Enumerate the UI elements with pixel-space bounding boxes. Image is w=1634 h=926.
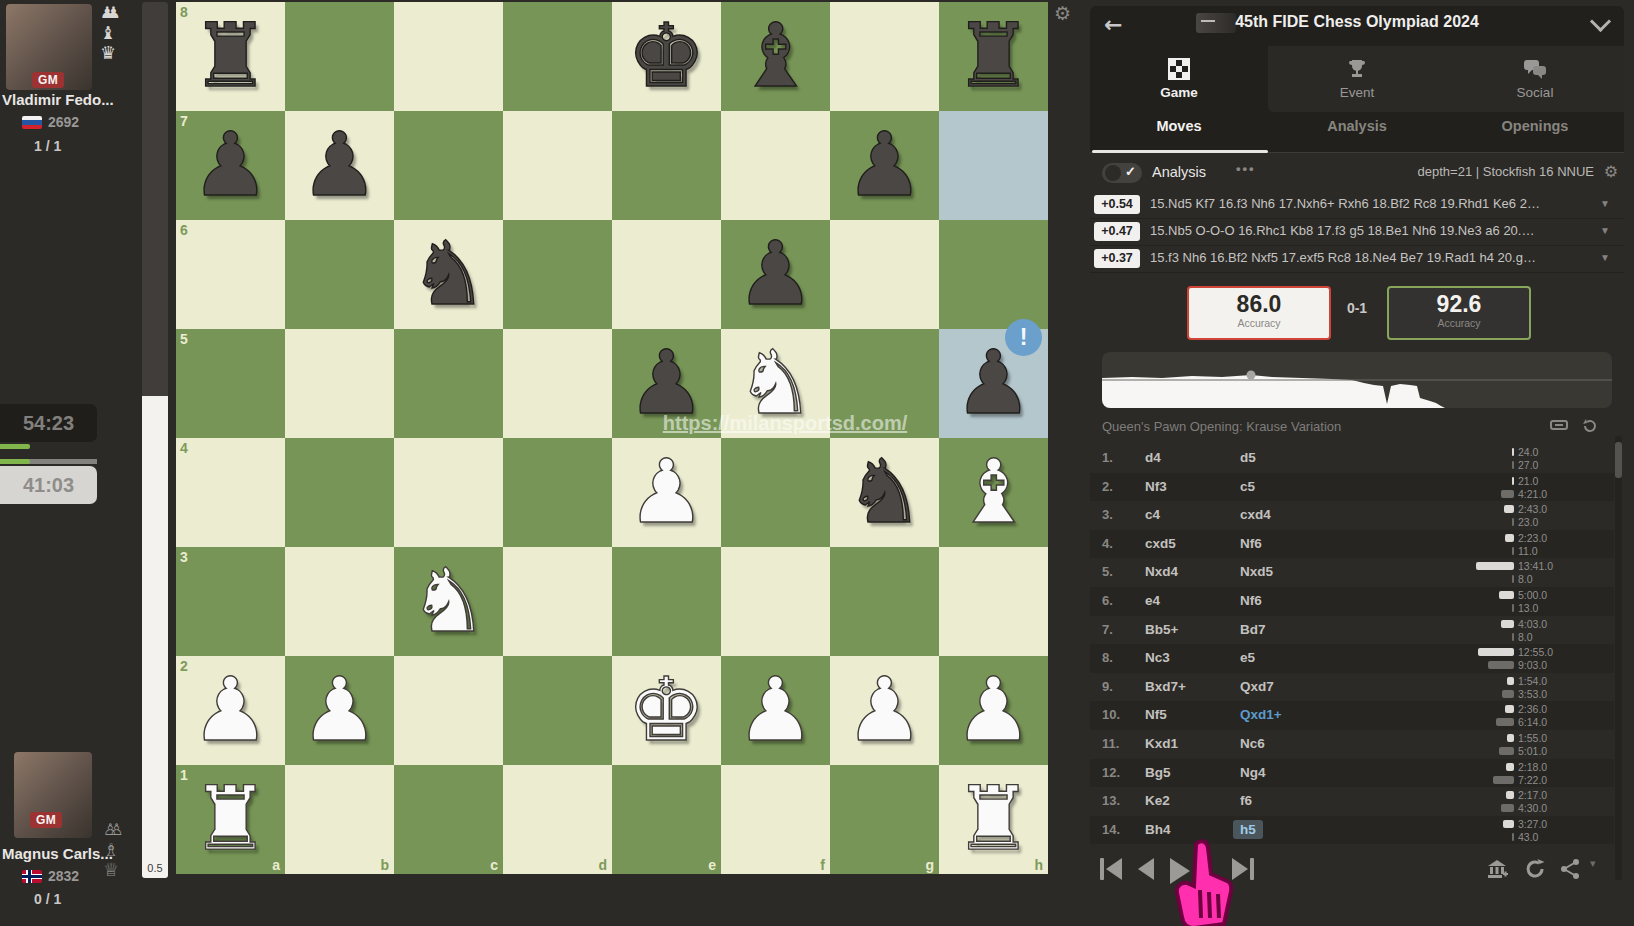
- move-row-8: 8.Nc3e512:55.09:03.0: [1090, 644, 1614, 673]
- black-move-c5[interactable]: c5: [1240, 479, 1255, 494]
- square-e2[interactable]: ♚: [612, 656, 721, 765]
- reset-icon[interactable]: [1582, 418, 1598, 438]
- black-king-e8[interactable]: ♚: [612, 2, 721, 111]
- white-pawn-h2[interactable]: ♟: [939, 656, 1048, 765]
- black-bishop-f8[interactable]: ♝: [721, 2, 830, 111]
- move-list: 1.d4d524.027.02.Nf3c521.04:21.03.c4cxd42…: [1090, 444, 1614, 844]
- white-accuracy-label: Accuracy: [1189, 317, 1329, 329]
- white-pawn-e4[interactable]: ♟: [612, 438, 721, 547]
- square-g4[interactable]: ♞: [830, 438, 939, 547]
- check-icon: ✓: [1125, 164, 1136, 179]
- move-times: 1:55.05:01.0: [1430, 730, 1600, 759]
- white-move-c4[interactable]: c4: [1145, 507, 1160, 522]
- square-a7[interactable]: 7♟: [176, 111, 285, 220]
- square-h6[interactable]: [939, 220, 1048, 329]
- match-score-top: 1 / 1: [34, 138, 61, 154]
- skip-to-start-button[interactable]: [1100, 858, 1122, 880]
- white-rook-a1[interactable]: ♜: [176, 765, 285, 874]
- square-c8[interactable]: [394, 2, 503, 111]
- black-move-e5[interactable]: e5: [1240, 650, 1255, 665]
- square-c2[interactable]: [394, 656, 503, 765]
- square-f3[interactable]: [721, 547, 830, 656]
- square-g6[interactable]: [830, 220, 939, 329]
- move-times: 2:23.011.0: [1430, 530, 1600, 559]
- move-number: 14.: [1102, 822, 1120, 837]
- add-to-library-icon[interactable]: [1486, 858, 1508, 880]
- black-move-Bd7[interactable]: Bd7: [1240, 622, 1266, 637]
- move-times: 2:36.06:14.0: [1430, 701, 1600, 730]
- square-a6[interactable]: 6: [176, 220, 285, 329]
- rank-label-2: 2: [180, 658, 188, 674]
- square-c5[interactable]: [394, 329, 503, 438]
- tab-social-label: Social: [1517, 85, 1554, 100]
- analysis-label: Analysis: [1152, 164, 1206, 180]
- move-row-3: 3.c4cxd42:43.023.0: [1090, 501, 1614, 530]
- move-row-4: 4.cxd5Nf62:23.011.0: [1090, 530, 1614, 559]
- square-g1[interactable]: g: [830, 765, 939, 874]
- move-times: 5:00.013.0: [1430, 587, 1600, 616]
- captured-pieces-top: ♟♟ ♝ ♛: [100, 3, 116, 63]
- square-b7[interactable]: ♟: [285, 111, 394, 220]
- file-label-g: g: [925, 857, 934, 873]
- move-number: 1.: [1102, 450, 1113, 465]
- move-times: 2:18.07:22.0: [1430, 759, 1600, 788]
- square-a1[interactable]: 1a♜: [176, 765, 285, 874]
- file-label-d: d: [598, 857, 607, 873]
- title-badge-bottom: GM: [30, 812, 62, 828]
- square-h3[interactable]: [939, 547, 1048, 656]
- previous-move-button[interactable]: [1138, 858, 1154, 880]
- move-times: 1:54.03:53.0: [1430, 673, 1600, 702]
- black-pawn-a7[interactable]: ♟: [176, 111, 285, 220]
- square-f8[interactable]: ♝: [721, 2, 830, 111]
- square-f4[interactable]: [721, 438, 830, 547]
- move-number: 2.: [1102, 479, 1113, 494]
- move-row-10: 10.Nf5Qxd1+2:36.06:14.0: [1090, 701, 1614, 730]
- engine-line-moves: 15.Nb5 O-O-O 16.Rhc1 Kb8 17.f3 g5 18.Be1…: [1150, 223, 1540, 238]
- black-move-Nf6[interactable]: Nf6: [1240, 593, 1262, 608]
- file-label-c: c: [490, 857, 498, 873]
- square-f6[interactable]: ♟: [721, 220, 830, 329]
- square-a5[interactable]: 5: [176, 329, 285, 438]
- rank-label-5: 5: [180, 331, 188, 347]
- square-g8[interactable]: [830, 2, 939, 111]
- tab-social[interactable]: Social: [1446, 46, 1624, 112]
- move-number: 9.: [1102, 679, 1113, 694]
- black-knight-g4[interactable]: ♞: [830, 438, 939, 547]
- file-label-b: b: [380, 857, 389, 873]
- square-b5[interactable]: [285, 329, 394, 438]
- move-row-1: 1.d4d524.027.0: [1090, 444, 1614, 473]
- square-b2[interactable]: ♟: [285, 656, 394, 765]
- move-number: 8.: [1102, 650, 1113, 665]
- square-g7[interactable]: ♟: [830, 111, 939, 220]
- event-title: 45th FIDE Chess Olympiad 2024: [1090, 13, 1624, 31]
- white-pawn-f2[interactable]: ♟: [721, 656, 830, 765]
- move-list-scrollbar[interactable]: [1615, 436, 1622, 880]
- analysis-control-row: ✓ Analysis ••• depth=21 | Stockfish 16 N…: [1090, 160, 1624, 188]
- evaluation-value: 0.5: [142, 862, 168, 874]
- subtab-active-underline: [1092, 150, 1268, 153]
- square-a2[interactable]: 2♟: [176, 656, 285, 765]
- square-e3[interactable]: [612, 547, 721, 656]
- file-label-f: f: [820, 857, 825, 873]
- evaluation-graph[interactable]: [1102, 352, 1612, 408]
- square-f1[interactable]: f: [721, 765, 830, 874]
- move-number: 6.: [1102, 593, 1113, 608]
- engine-line-moves: 15.Nd5 Kf7 16.f3 Nh6 17.Nxh6+ Rxh6 18.Bf…: [1150, 196, 1540, 211]
- captured-pawns-icon: ♟♟: [100, 3, 116, 23]
- black-pawn-f6[interactable]: ♟: [721, 220, 830, 329]
- square-c4[interactable]: [394, 438, 503, 547]
- toggle-knob: [1105, 165, 1121, 181]
- white-move-Bb5+[interactable]: Bb5+: [1145, 622, 1178, 637]
- chess-board[interactable]: 8♜♚♝♜7♟♟♟6♞♟5♟♞♟!4♟♞♝3♞2♟♟♚♟♟♟1a♜bcdefgh…: [176, 2, 1048, 874]
- square-d6[interactable]: [503, 220, 612, 329]
- board-icon: [1168, 58, 1190, 80]
- move-row-6: 6.e4Nf65:00.013.0: [1090, 587, 1614, 616]
- app-window: GM ♟♟ ♝ ♛ Vladimir Fedo... 2692 1 / 1 54…: [0, 0, 1634, 926]
- white-bishop-h4[interactable]: ♝: [939, 438, 1048, 547]
- white-accuracy-box: 86.0 Accuracy: [1187, 286, 1331, 340]
- square-c1[interactable]: c: [394, 765, 503, 874]
- eval-badge: +0.37: [1094, 249, 1140, 268]
- tab-game[interactable]: Game: [1090, 46, 1268, 112]
- white-rook-h1[interactable]: ♜: [939, 765, 1048, 874]
- square-d3[interactable]: [503, 547, 612, 656]
- square-b4[interactable]: [285, 438, 394, 547]
- white-move-Nf3[interactable]: Nf3: [1145, 479, 1167, 494]
- opening-name: Queen's Pawn Opening: Krause Variation: [1102, 419, 1482, 434]
- game-panel: ← 45th FIDE Chess Olympiad 2024 Game Eve…: [1090, 0, 1624, 926]
- chat-bubbles-icon: [1523, 58, 1547, 80]
- square-b8[interactable]: [285, 2, 394, 111]
- move-row-14: 14.Bh4h53:27.043.0: [1090, 816, 1614, 845]
- move-row-7: 7.Bb5+Bd74:03.08.0: [1090, 616, 1614, 645]
- square-e4[interactable]: ♟: [612, 438, 721, 547]
- black-rook-h8[interactable]: ♜: [939, 2, 1048, 111]
- move-times: 3:27.043.0: [1430, 816, 1600, 845]
- clock-bottom-player: 41:03: [0, 466, 97, 504]
- square-a3[interactable]: 3: [176, 547, 285, 656]
- white-move-Bg5[interactable]: Bg5: [1145, 765, 1171, 780]
- game-result: 0-1: [1334, 300, 1380, 316]
- move-times: 13:41.08.0: [1430, 558, 1600, 587]
- square-e7[interactable]: [612, 111, 721, 220]
- square-h4[interactable]: ♝: [939, 438, 1048, 547]
- clock-top-player: 54:23: [0, 404, 97, 442]
- opening-book-icon[interactable]: [1550, 418, 1568, 436]
- white-pawn-g2[interactable]: ♟: [830, 656, 939, 765]
- square-d1[interactable]: d: [503, 765, 612, 874]
- more-options-icon[interactable]: •••: [1236, 161, 1256, 176]
- square-b6[interactable]: [285, 220, 394, 329]
- move-times: 21.04:21.0: [1430, 473, 1600, 502]
- white-move-Nc3[interactable]: Nc3: [1145, 650, 1170, 665]
- square-h7[interactable]: [939, 111, 1048, 220]
- square-h2[interactable]: ♟: [939, 656, 1048, 765]
- engine-line-3[interactable]: +0.3715.f3 Nh6 16.Bf2 Nxf5 17.exf5 Rc8 1…: [1090, 246, 1624, 273]
- file-label-e: e: [708, 857, 716, 873]
- white-move-e4[interactable]: e4: [1145, 593, 1160, 608]
- rank-label-4: 4: [180, 440, 188, 456]
- move-number: 3.: [1102, 507, 1113, 522]
- engine-line-moves: 15.f3 Nh6 16.Bf2 Nxf5 17.exf5 Rc8 18.Ne4…: [1150, 250, 1540, 265]
- square-f2[interactable]: ♟: [721, 656, 830, 765]
- square-f7[interactable]: [721, 111, 830, 220]
- square-e1[interactable]: e: [612, 765, 721, 874]
- white-pawn-b2[interactable]: ♟: [285, 656, 394, 765]
- black-accuracy-label: Accuracy: [1389, 317, 1529, 329]
- black-accuracy-value: 92.6: [1389, 291, 1529, 317]
- subtab-moves[interactable]: Moves: [1090, 118, 1268, 134]
- move-row-9: 9.Bxd7+Qxd71:54.03:53.0: [1090, 673, 1614, 702]
- move-row-5: 5.Nxd4Nxd513:41.08.0: [1090, 558, 1614, 587]
- time-progress-bottom: [0, 459, 97, 464]
- black-move-Nxd5[interactable]: Nxd5: [1240, 564, 1273, 579]
- move-annotation-badge: !: [1005, 319, 1042, 356]
- white-move-Bxd7+[interactable]: Bxd7+: [1145, 679, 1186, 694]
- engine-line-1[interactable]: +0.5415.Nd5 Kf7 16.f3 Nh6 17.Nxh6+ Rxh6 …: [1090, 192, 1624, 219]
- white-king-e2[interactable]: ♚: [612, 656, 721, 765]
- trophy-icon: [1346, 58, 1368, 80]
- black-move-cxd4[interactable]: cxd4: [1240, 507, 1271, 522]
- expand-chevron-icon[interactable]: ▼: [1600, 225, 1610, 236]
- eval-badge: +0.54: [1094, 195, 1140, 214]
- square-h8[interactable]: ♜: [939, 2, 1048, 111]
- square-c3[interactable]: ♞: [394, 547, 503, 656]
- black-rook-a8[interactable]: ♜: [176, 2, 285, 111]
- square-c6[interactable]: ♞: [394, 220, 503, 329]
- move-times: 12:55.09:03.0: [1430, 644, 1600, 673]
- engine-settings-gear-icon[interactable]: ⚙: [1604, 162, 1618, 181]
- square-g3[interactable]: [830, 547, 939, 656]
- square-c7[interactable]: [394, 111, 503, 220]
- square-d4[interactable]: [503, 438, 612, 547]
- black-knight-c6[interactable]: ♞: [394, 220, 503, 329]
- move-times: 2:17.04:30.0: [1430, 787, 1600, 816]
- rank-label-8: 8: [180, 4, 188, 20]
- subtab-analysis[interactable]: Analysis: [1268, 118, 1446, 134]
- white-accuracy-value: 86.0: [1189, 291, 1329, 317]
- mouse-cursor-pointer: [1172, 838, 1236, 926]
- move-times: 2:43.023.0: [1430, 501, 1600, 530]
- white-knight-c3[interactable]: ♞: [394, 547, 503, 656]
- share-icon[interactable]: [1560, 858, 1580, 880]
- square-a4[interactable]: 4: [176, 438, 285, 547]
- tab-game-label: Game: [1160, 85, 1198, 100]
- move-number: 13.: [1102, 793, 1120, 808]
- move-row-12: 12.Bg5Ng42:18.07:22.0: [1090, 759, 1614, 788]
- move-number: 4.: [1102, 536, 1113, 551]
- engine-line-2[interactable]: +0.4715.Nb5 O-O-O 16.Rhc1 Kb8 17.f3 g5 1…: [1090, 219, 1624, 246]
- move-number: 7.: [1102, 622, 1113, 637]
- flag-slovenia-icon: [22, 116, 42, 129]
- captured-bishop-icon: ♝: [100, 23, 116, 43]
- white-move-Kxd1[interactable]: Kxd1: [1145, 736, 1178, 751]
- move-row-13: 13.Ke2f62:17.04:30.0: [1090, 787, 1614, 816]
- rank-label-6: 6: [180, 222, 188, 238]
- move-row-11: 11.Kxd1Nc61:55.05:01.0: [1090, 730, 1614, 759]
- engine-depth-label: depth=21 | Stockfish 16 NNUE: [1418, 164, 1594, 179]
- white-move-d4[interactable]: d4: [1145, 450, 1161, 465]
- black-move-d5[interactable]: d5: [1240, 450, 1256, 465]
- square-b1[interactable]: b: [285, 765, 394, 874]
- tab-event-label: Event: [1340, 85, 1375, 100]
- file-label-h: h: [1034, 857, 1043, 873]
- black-move-Qxd7[interactable]: Qxd7: [1240, 679, 1274, 694]
- board-settings-gear-icon[interactable]: ⚙: [1054, 2, 1071, 24]
- black-move-Nf6[interactable]: Nf6: [1240, 536, 1262, 551]
- black-move-Qxd1+[interactable]: Qxd1+: [1240, 707, 1282, 722]
- square-e6[interactable]: [612, 220, 721, 329]
- player-name-bottom[interactable]: Magnus Carls...: [2, 845, 113, 862]
- file-label-a: a: [272, 857, 280, 873]
- engine-lines: +0.5415.Nd5 Kf7 16.f3 Nh6 17.Nxh6+ Rxh6 …: [1090, 192, 1624, 273]
- tab-event[interactable]: Event: [1268, 46, 1446, 112]
- black-accuracy-box: 92.6 Accuracy: [1387, 286, 1531, 340]
- refresh-icon[interactable]: [1524, 858, 1546, 880]
- black-move-h5[interactable]: h5: [1240, 822, 1263, 837]
- player-rating-bottom: 2832: [22, 868, 79, 884]
- analysis-toggle[interactable]: ✓: [1102, 163, 1142, 183]
- captured-queen-icon: ♕: [103, 860, 119, 880]
- white-move-Nxd4[interactable]: Nxd4: [1145, 564, 1178, 579]
- square-a8[interactable]: 8♜: [176, 2, 285, 111]
- evaluation-bar: 0.5: [142, 2, 168, 878]
- player-name-top[interactable]: Vladimir Fedo...: [2, 91, 114, 108]
- move-number: 10.: [1102, 707, 1120, 722]
- black-pawn-b7[interactable]: ♟: [285, 111, 394, 220]
- move-row-2: 2.Nf3c521.04:21.0: [1090, 473, 1614, 502]
- watermark-text: https://milansportsd.com/: [560, 412, 1010, 435]
- white-pawn-a2[interactable]: ♟: [176, 656, 285, 765]
- white-move-Ke2[interactable]: Ke2: [1145, 793, 1170, 808]
- match-score-bottom: 0 / 1: [34, 891, 61, 907]
- captured-queen-icon: ♛: [100, 43, 116, 63]
- move-times: 4:03.08.0: [1430, 616, 1600, 645]
- black-move-Ng4[interactable]: Ng4: [1240, 765, 1266, 780]
- move-times: 24.027.0: [1430, 444, 1600, 473]
- time-progress-top: [0, 444, 97, 449]
- square-d8[interactable]: [503, 2, 612, 111]
- black-pawn-g7[interactable]: ♟: [830, 111, 939, 220]
- players-sidebar: GM ♟♟ ♝ ♛ Vladimir Fedo... 2692 1 / 1 54…: [0, 0, 140, 926]
- white-move-Nf5[interactable]: Nf5: [1145, 707, 1167, 722]
- expand-chevron-icon[interactable]: ▼: [1600, 198, 1610, 209]
- square-g2[interactable]: ♟: [830, 656, 939, 765]
- black-move-f6[interactable]: f6: [1240, 793, 1252, 808]
- eval-badge: +0.47: [1094, 222, 1140, 241]
- square-b3[interactable]: [285, 547, 394, 656]
- scrollbar-thumb[interactable]: [1615, 442, 1622, 478]
- rank-label-1: 1: [180, 767, 188, 783]
- move-number: 12.: [1102, 765, 1120, 780]
- move-navigation-bar: [1090, 848, 1624, 892]
- square-d2[interactable]: [503, 656, 612, 765]
- square-h1[interactable]: h♜: [939, 765, 1048, 874]
- rank-label-7: 7: [180, 113, 188, 129]
- player-rating-top: 2692: [22, 114, 79, 130]
- square-d7[interactable]: [503, 111, 612, 220]
- move-number: 5.: [1102, 564, 1113, 579]
- evaluation-bar-white-fill: [142, 396, 168, 878]
- opening-row: Queen's Pawn Opening: Krause Variation: [1090, 414, 1624, 442]
- expand-chevron-icon[interactable]: ▼: [1600, 252, 1610, 263]
- move-number: 11.: [1102, 736, 1119, 751]
- subtab-openings[interactable]: Openings: [1446, 118, 1624, 134]
- captured-pawns-icon: ♙♙: [103, 820, 119, 840]
- square-e8[interactable]: ♚: [612, 2, 721, 111]
- flag-norway-icon: [22, 870, 42, 883]
- rank-label-3: 3: [180, 549, 188, 565]
- white-move-cxd5[interactable]: cxd5: [1145, 536, 1176, 551]
- title-badge-top: GM: [32, 72, 64, 88]
- black-move-Nc6[interactable]: Nc6: [1240, 736, 1265, 751]
- white-move-Bh4[interactable]: Bh4: [1145, 822, 1171, 837]
